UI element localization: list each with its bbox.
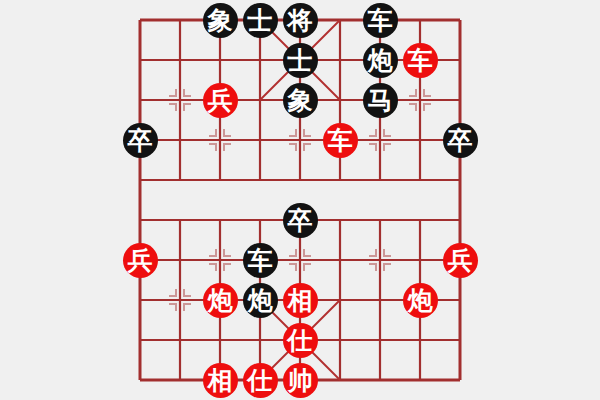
board-point-r9c3: 仕 xyxy=(240,360,280,400)
black-chariot[interactable]: 车 xyxy=(243,243,278,278)
board-point-r0c2: 象 xyxy=(200,0,240,40)
red-cannon[interactable]: 炮 xyxy=(403,283,438,318)
board-point-r6c3: 车 xyxy=(240,240,280,280)
red-soldier[interactable]: 兵 xyxy=(443,243,478,278)
black-soldier[interactable]: 卒 xyxy=(123,123,158,158)
red-general[interactable]: 帅 xyxy=(283,363,318,398)
board-point-r7c7: 炮 xyxy=(400,280,440,320)
black-cannon[interactable]: 炮 xyxy=(243,283,278,318)
board-point-r1c7: 车 xyxy=(400,40,440,80)
xiangqi-diagram: 象士将车士炮车兵象马卒车卒卒兵车兵炮炮相炮仕相仕帅 xyxy=(0,0,600,400)
board-point-r0c6: 车 xyxy=(360,0,400,40)
red-advisor[interactable]: 仕 xyxy=(243,363,278,398)
board-point-r7c4: 相 xyxy=(280,280,320,320)
xiangqi-board[interactable]: 象士将车士炮车兵象马卒车卒卒兵车兵炮炮相炮仕相仕帅 xyxy=(120,0,480,400)
board-point-r9c2: 相 xyxy=(200,360,240,400)
black-horse[interactable]: 马 xyxy=(363,83,398,118)
red-soldier[interactable]: 兵 xyxy=(203,83,238,118)
board-point-r5c4: 卒 xyxy=(280,200,320,240)
board-point-r3c0: 卒 xyxy=(120,120,160,160)
black-chariot[interactable]: 车 xyxy=(363,3,398,38)
red-advisor[interactable]: 仕 xyxy=(283,323,318,358)
black-soldier[interactable]: 卒 xyxy=(443,123,478,158)
red-cannon[interactable]: 炮 xyxy=(203,283,238,318)
board-point-r1c6: 炮 xyxy=(360,40,400,80)
board-point-r0c4: 将 xyxy=(280,0,320,40)
board-point-r7c3: 炮 xyxy=(240,280,280,320)
black-soldier[interactable]: 卒 xyxy=(283,203,318,238)
red-chariot[interactable]: 车 xyxy=(403,43,438,78)
black-elephant[interactable]: 象 xyxy=(283,83,318,118)
board-point-r6c8: 兵 xyxy=(440,240,480,280)
board-point-r2c2: 兵 xyxy=(200,80,240,120)
board-point-r6c0: 兵 xyxy=(120,240,160,280)
board-point-r3c8: 卒 xyxy=(440,120,480,160)
black-advisor[interactable]: 士 xyxy=(243,3,278,38)
board-point-r9c4: 帅 xyxy=(280,360,320,400)
board-point-r3c5: 车 xyxy=(320,120,360,160)
red-chariot[interactable]: 车 xyxy=(323,123,358,158)
board-point-r1c4: 士 xyxy=(280,40,320,80)
board-point-r7c2: 炮 xyxy=(200,280,240,320)
board-point-r8c4: 仕 xyxy=(280,320,320,360)
black-elephant[interactable]: 象 xyxy=(203,3,238,38)
black-advisor[interactable]: 士 xyxy=(283,43,318,78)
board-point-r0c3: 士 xyxy=(240,0,280,40)
red-elephant[interactable]: 相 xyxy=(283,283,318,318)
black-cannon[interactable]: 炮 xyxy=(363,43,398,78)
board-point-r2c4: 象 xyxy=(280,80,320,120)
red-soldier[interactable]: 兵 xyxy=(123,243,158,278)
black-general[interactable]: 将 xyxy=(283,3,318,38)
red-elephant[interactable]: 相 xyxy=(203,363,238,398)
board-point-r2c6: 马 xyxy=(360,80,400,120)
